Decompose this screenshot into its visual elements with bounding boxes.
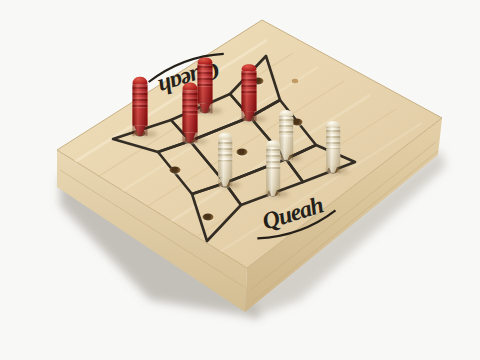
peg-red[interactable] xyxy=(242,64,257,121)
peg-tip xyxy=(198,103,213,113)
peg-tip xyxy=(326,164,340,173)
peg-shaft xyxy=(133,108,148,125)
peg-rings xyxy=(326,128,340,149)
peg-rings xyxy=(218,140,232,162)
queah-board-photo: Queah Queah xyxy=(0,0,480,360)
hole-empty[interactable] xyxy=(203,214,214,221)
peg-cap xyxy=(218,133,232,140)
peg-rings xyxy=(279,116,293,136)
peg-cap xyxy=(242,64,257,71)
peg-rings xyxy=(242,72,257,95)
peg-cap xyxy=(266,140,280,147)
peg-white[interactable] xyxy=(266,140,280,196)
peg-shaft xyxy=(198,87,213,103)
peg-cap xyxy=(183,83,198,91)
peg-shaft xyxy=(266,170,280,186)
peg-tip xyxy=(266,186,280,196)
peg-tip xyxy=(183,132,198,143)
peg-rings xyxy=(133,84,148,108)
peg-shaft xyxy=(242,94,257,110)
peg-shaft xyxy=(326,148,340,163)
peg-red[interactable] xyxy=(183,83,198,143)
hole-empty[interactable] xyxy=(237,149,248,156)
peg-tip xyxy=(133,125,148,136)
peg-cap xyxy=(133,77,148,85)
peg-white[interactable] xyxy=(279,110,293,160)
peg-tip xyxy=(242,111,257,121)
peg-red[interactable] xyxy=(133,77,148,136)
peg-red[interactable] xyxy=(198,57,213,113)
peg-shaft xyxy=(183,115,198,133)
peg-white[interactable] xyxy=(326,121,340,173)
peg-tip xyxy=(218,177,232,187)
peg-shaft xyxy=(218,161,232,177)
peg-rings xyxy=(266,147,280,169)
peg-rings xyxy=(183,90,198,114)
peg-rings xyxy=(198,65,213,87)
peg-tip xyxy=(279,151,293,160)
peg-white[interactable] xyxy=(218,133,232,187)
pieces-layer xyxy=(0,0,480,360)
peg-shaft xyxy=(279,136,293,151)
peg-cap xyxy=(198,57,213,64)
hole-empty[interactable] xyxy=(292,119,303,126)
peg-cap xyxy=(326,121,340,128)
hole-empty[interactable] xyxy=(170,167,181,174)
